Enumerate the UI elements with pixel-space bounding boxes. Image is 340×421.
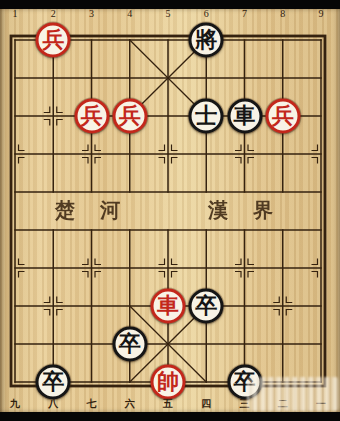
red-pawn-piece[interactable]: 兵 <box>74 99 109 134</box>
red-general-piece[interactable]: 帥 <box>151 365 186 400</box>
black-pawn-piece[interactable]: 卒 <box>112 327 147 362</box>
watermark-smudge <box>247 377 340 411</box>
red-pawn-piece[interactable]: 兵 <box>112 99 147 134</box>
xiangqi-screenshot: 123456789 楚 河 漢 界 兵將兵兵士車兵車卒卒卒帥卒 九八七六五四三二… <box>0 0 340 421</box>
file-label-bottom-2: 八 <box>48 398 58 409</box>
black-chariot-piece[interactable]: 車 <box>227 99 262 134</box>
file-label-bottom-4: 六 <box>125 398 135 409</box>
file-label-bottom-1: 九 <box>10 398 20 409</box>
black-advisor-piece[interactable]: 士 <box>189 99 224 134</box>
black-general-piece[interactable]: 將 <box>189 23 224 58</box>
file-label-bottom-6: 四 <box>201 398 211 409</box>
pieces-layer: 兵將兵兵士車兵車卒卒卒帥卒 <box>0 0 340 421</box>
black-pawn-piece[interactable]: 卒 <box>36 365 71 400</box>
top-letterbox-bar <box>0 0 340 9</box>
red-chariot-piece[interactable]: 車 <box>151 289 186 324</box>
red-pawn-piece[interactable]: 兵 <box>36 23 71 58</box>
bottom-letterbox-bar <box>0 412 340 421</box>
file-label-bottom-5: 五 <box>163 398 173 409</box>
black-pawn-piece[interactable]: 卒 <box>189 289 224 324</box>
red-pawn-piece[interactable]: 兵 <box>265 99 300 134</box>
file-label-bottom-3: 七 <box>87 398 97 409</box>
